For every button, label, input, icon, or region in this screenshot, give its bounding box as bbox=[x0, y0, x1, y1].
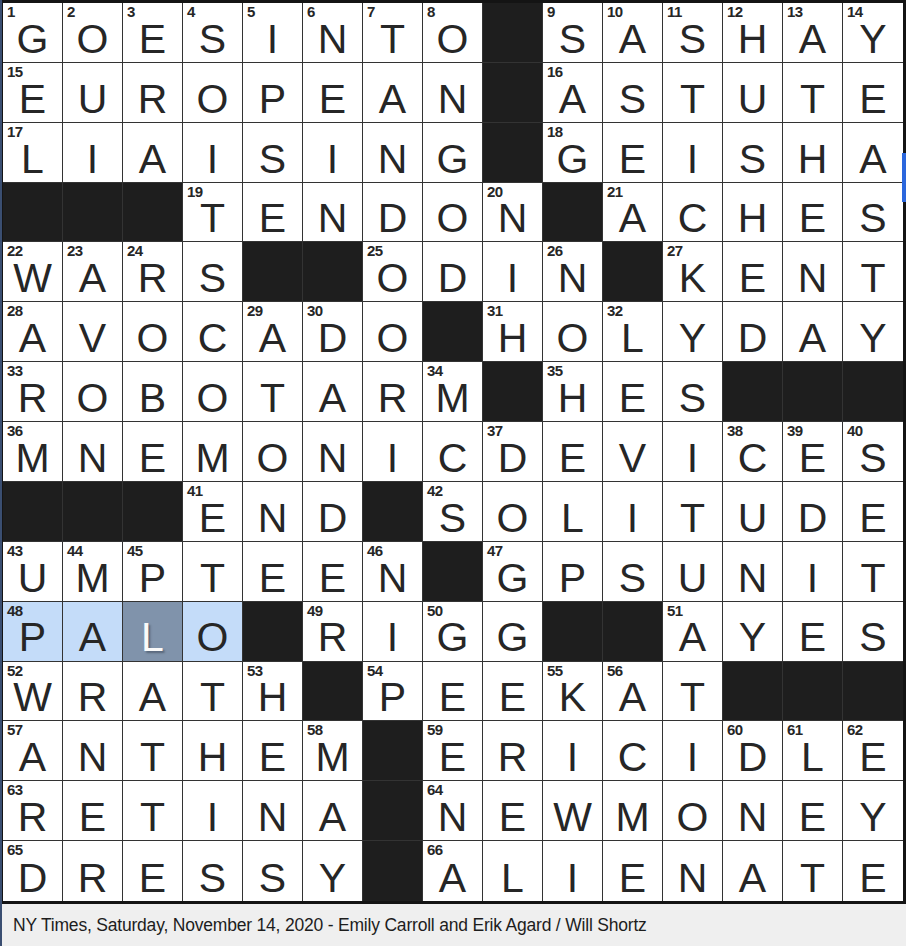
grid-cell[interactable]: T bbox=[663, 662, 723, 722]
grid-cell[interactable]: E bbox=[783, 781, 843, 841]
grid-cell[interactable]: 48P bbox=[3, 602, 63, 662]
grid-cell[interactable]: 12H bbox=[723, 3, 783, 63]
grid-cell[interactable]: D bbox=[723, 302, 783, 362]
crossword-grid: 1G2O3E4S5I6N7T8O9S10A11S12H13A14Y15EUROP… bbox=[0, 0, 906, 904]
grid-cell[interactable]: C bbox=[183, 302, 243, 362]
grid-cell[interactable]: S bbox=[603, 542, 663, 602]
grid-cell[interactable]: V bbox=[63, 302, 123, 362]
grid-cell[interactable]: P bbox=[543, 542, 603, 602]
cell-letter: T bbox=[123, 796, 182, 839]
grid-cell[interactable]: R bbox=[63, 662, 123, 722]
grid-cell[interactable]: E bbox=[603, 362, 663, 422]
cell-letter: T bbox=[243, 377, 302, 420]
grid-cell[interactable]: 11S bbox=[663, 3, 723, 63]
cell-letter: I bbox=[663, 437, 722, 480]
grid-cell[interactable]: 45P bbox=[123, 542, 183, 602]
grid-cell[interactable]: 53H bbox=[243, 662, 303, 722]
grid-cell[interactable]: I bbox=[603, 482, 663, 542]
cell-letter: N bbox=[243, 796, 302, 839]
grid-cell[interactable]: 55K bbox=[543, 662, 603, 722]
grid-cell[interactable]: 49R bbox=[303, 602, 363, 662]
cell-letter: H bbox=[243, 676, 302, 719]
grid-cell[interactable]: E bbox=[483, 781, 543, 841]
cell-letter: T bbox=[183, 676, 242, 719]
grid-cell[interactable]: E bbox=[843, 482, 903, 542]
black-cell bbox=[483, 3, 543, 63]
grid-cell[interactable]: H bbox=[723, 183, 783, 243]
grid-cell[interactable]: 29A bbox=[243, 302, 303, 362]
grid-cell[interactable]: E bbox=[483, 662, 543, 722]
grid-cell[interactable]: U bbox=[63, 63, 123, 123]
cell-letter: O bbox=[183, 616, 242, 659]
cell-letter: I bbox=[183, 796, 242, 839]
grid-cell[interactable]: 61L bbox=[783, 721, 843, 781]
caption-text: NY Times, Saturday, November 14, 2020 - … bbox=[13, 915, 647, 936]
grid-cell[interactable]: E bbox=[243, 542, 303, 602]
grid-cell[interactable]: M bbox=[603, 781, 663, 841]
cell-letter: O bbox=[63, 18, 122, 61]
grid-cell[interactable]: H bbox=[183, 721, 243, 781]
crossword-app: 1G2O3E4S5I6N7T8O9S10A11S12H13A14Y15EUROP… bbox=[0, 0, 906, 946]
grid-cell[interactable]: 4S bbox=[183, 3, 243, 63]
grid-cell[interactable]: N bbox=[243, 781, 303, 841]
grid-cell[interactable]: E bbox=[543, 422, 603, 482]
grid-cell[interactable]: P bbox=[243, 63, 303, 123]
cell-letter: I bbox=[243, 18, 302, 61]
grid-cell[interactable]: I bbox=[783, 542, 843, 602]
grid-cell[interactable]: 62E bbox=[843, 721, 903, 781]
grid-cell[interactable]: Y bbox=[843, 781, 903, 841]
grid-cell[interactable]: 2O bbox=[63, 3, 123, 63]
grid-cell[interactable]: 64N bbox=[423, 781, 483, 841]
grid-cell[interactable]: 41E bbox=[183, 482, 243, 542]
cell-letter: H bbox=[783, 138, 842, 181]
black-cell bbox=[63, 183, 123, 243]
grid-cell[interactable]: 18G bbox=[543, 123, 603, 183]
cell-letter: L bbox=[483, 857, 542, 900]
cell-letter: M bbox=[303, 736, 362, 779]
grid-cell[interactable]: T bbox=[663, 63, 723, 123]
cell-letter: N bbox=[363, 138, 422, 181]
cell-letter: R bbox=[483, 736, 542, 779]
grid-cell[interactable]: E bbox=[783, 602, 843, 662]
grid-cell[interactable]: 30D bbox=[303, 302, 363, 362]
grid-cell[interactable]: 23A bbox=[63, 242, 123, 302]
cell-letter: I bbox=[183, 138, 242, 181]
grid-cell[interactable]: D bbox=[363, 183, 423, 243]
cell-letter: A bbox=[63, 257, 122, 300]
cell-letter: I bbox=[603, 497, 662, 540]
grid-cell[interactable]: T bbox=[123, 721, 183, 781]
grid-cell[interactable]: Y bbox=[303, 841, 363, 901]
cell-letter: R bbox=[123, 257, 182, 300]
grid-cell[interactable]: Y bbox=[663, 302, 723, 362]
grid-cell[interactable]: 15E bbox=[3, 63, 63, 123]
cell-letter: O bbox=[543, 317, 602, 360]
grid-cell[interactable]: S bbox=[723, 123, 783, 183]
cell-letter: T bbox=[783, 857, 842, 900]
cell-letter: Y bbox=[843, 18, 903, 61]
grid-cell[interactable]: O bbox=[543, 302, 603, 362]
cell-letter: C bbox=[603, 736, 662, 779]
cell-letter: I bbox=[543, 857, 602, 900]
grid-cell[interactable]: 5I bbox=[243, 3, 303, 63]
grid-cell[interactable]: Y bbox=[843, 302, 903, 362]
grid-cell[interactable]: E bbox=[303, 542, 363, 602]
grid-cell[interactable]: S bbox=[603, 63, 663, 123]
grid-cell[interactable]: I bbox=[663, 721, 723, 781]
cell-letter: S bbox=[183, 257, 242, 300]
grid-cell[interactable]: R bbox=[483, 721, 543, 781]
cell-letter: T bbox=[663, 676, 722, 719]
grid-cell[interactable]: N bbox=[723, 781, 783, 841]
grid-cell[interactable]: 22W bbox=[3, 242, 63, 302]
grid-cell[interactable]: 44M bbox=[63, 542, 123, 602]
grid-cell[interactable]: E bbox=[63, 781, 123, 841]
grid-cell[interactable]: S bbox=[843, 602, 903, 662]
cell-letter: O bbox=[243, 437, 302, 480]
grid-cell[interactable]: 51A bbox=[663, 602, 723, 662]
cell-letter: E bbox=[123, 857, 182, 900]
grid-cell[interactable]: E bbox=[603, 841, 663, 901]
grid-cell[interactable]: A bbox=[783, 302, 843, 362]
grid-cell[interactable]: 47G bbox=[483, 542, 543, 602]
grid-cell[interactable]: N bbox=[363, 123, 423, 183]
grid-cell[interactable]: I bbox=[363, 602, 423, 662]
grid-cell[interactable]: 34M bbox=[423, 362, 483, 422]
caption-bar: NY Times, Saturday, November 14, 2020 - … bbox=[0, 904, 906, 946]
grid-cell[interactable]: N bbox=[63, 422, 123, 482]
cell-letter: P bbox=[3, 616, 62, 659]
grid-cell[interactable]: T bbox=[183, 662, 243, 722]
grid-cell[interactable]: O bbox=[123, 302, 183, 362]
grid-cell[interactable]: R bbox=[63, 841, 123, 901]
cell-letter: U bbox=[63, 78, 122, 121]
cell-letter: A bbox=[243, 317, 302, 360]
cell-letter: O bbox=[483, 497, 542, 540]
grid-cell[interactable]: R bbox=[363, 362, 423, 422]
grid-cell[interactable]: 20N bbox=[483, 183, 543, 243]
grid-cell[interactable]: 21A bbox=[603, 183, 663, 243]
grid-cell[interactable]: 24R bbox=[123, 242, 183, 302]
cell-letter: R bbox=[63, 857, 122, 900]
grid-cell[interactable]: I bbox=[303, 123, 363, 183]
grid-cell[interactable]: 54P bbox=[363, 662, 423, 722]
black-cell bbox=[3, 482, 63, 542]
cell-letter: E bbox=[603, 377, 662, 420]
grid-cell[interactable]: N bbox=[783, 242, 843, 302]
grid-cell[interactable]: Y bbox=[723, 602, 783, 662]
grid-cell[interactable]: 1G bbox=[3, 3, 63, 63]
grid-cell[interactable]: O bbox=[483, 482, 543, 542]
grid-cell[interactable]: 27K bbox=[663, 242, 723, 302]
grid-cell[interactable]: 60D bbox=[723, 721, 783, 781]
cell-letter: S bbox=[183, 857, 242, 900]
cell-letter: A bbox=[843, 138, 903, 181]
cell-letter: E bbox=[783, 197, 842, 240]
grid-cell[interactable]: C bbox=[603, 721, 663, 781]
grid-cell[interactable]: E bbox=[723, 242, 783, 302]
cell-letter: C bbox=[723, 437, 782, 480]
grid-cell[interactable]: E bbox=[123, 422, 183, 482]
grid-cell[interactable]: O bbox=[423, 183, 483, 243]
grid-cell[interactable]: 8O bbox=[423, 3, 483, 63]
cell-letter: O bbox=[363, 257, 422, 300]
grid-cell[interactable]: O bbox=[363, 302, 423, 362]
cell-letter: W bbox=[3, 257, 62, 300]
cell-letter: N bbox=[423, 796, 482, 839]
grid-cell[interactable]: L bbox=[543, 482, 603, 542]
grid-cell[interactable]: A bbox=[363, 63, 423, 123]
grid-cell[interactable]: T bbox=[243, 362, 303, 422]
cell-letter: L bbox=[783, 736, 842, 779]
grid-cell[interactable]: B bbox=[123, 362, 183, 422]
grid-cell[interactable]: 58M bbox=[303, 721, 363, 781]
cell-letter: V bbox=[63, 317, 122, 360]
cell-letter: R bbox=[303, 616, 362, 659]
grid-cell[interactable]: O bbox=[183, 602, 243, 662]
grid-cell[interactable]: I bbox=[183, 781, 243, 841]
grid-cell[interactable]: 28A bbox=[3, 302, 63, 362]
grid-cell[interactable]: T bbox=[843, 242, 903, 302]
grid-cell[interactable]: M bbox=[183, 422, 243, 482]
grid-cell[interactable]: 43U bbox=[3, 542, 63, 602]
grid-cell[interactable]: 56A bbox=[603, 662, 663, 722]
black-cell bbox=[783, 662, 843, 722]
grid-cell[interactable]: E bbox=[783, 183, 843, 243]
grid-cell[interactable]: E bbox=[243, 183, 303, 243]
cell-letter: R bbox=[3, 377, 62, 420]
grid-cell[interactable]: 33R bbox=[3, 362, 63, 422]
cell-letter: A bbox=[783, 317, 842, 360]
grid-cell[interactable]: E bbox=[603, 123, 663, 183]
grid-cell[interactable]: I bbox=[663, 123, 723, 183]
grid-cell[interactable]: S bbox=[663, 362, 723, 422]
cell-letter: E bbox=[423, 676, 482, 719]
grid-cell[interactable]: A bbox=[303, 781, 363, 841]
grid-cell[interactable]: E bbox=[843, 841, 903, 901]
grid-cell[interactable]: A bbox=[723, 841, 783, 901]
grid-cell[interactable]: C bbox=[663, 183, 723, 243]
grid-cell[interactable]: T bbox=[123, 781, 183, 841]
cell-letter: Y bbox=[303, 857, 362, 900]
cell-letter: D bbox=[483, 437, 542, 480]
grid-cell[interactable]: 14Y bbox=[843, 3, 903, 63]
grid-cell[interactable]: 17L bbox=[3, 123, 63, 183]
grid-cell[interactable]: I bbox=[543, 841, 603, 901]
grid-cell[interactable]: T bbox=[183, 542, 243, 602]
cell-letter: A bbox=[723, 857, 782, 900]
grid-cell[interactable]: D bbox=[423, 242, 483, 302]
grid-cell[interactable]: U bbox=[723, 482, 783, 542]
grid-cell[interactable]: N bbox=[663, 841, 723, 901]
grid-cell[interactable]: T bbox=[783, 63, 843, 123]
cell-letter: I bbox=[63, 138, 122, 181]
grid-cell[interactable]: 50G bbox=[423, 602, 483, 662]
cell-letter: T bbox=[183, 197, 242, 240]
cell-letter: Y bbox=[723, 616, 782, 659]
cell-letter: H bbox=[723, 197, 782, 240]
cell-letter: T bbox=[183, 557, 242, 600]
grid-cell[interactable]: T bbox=[843, 542, 903, 602]
grid-cell[interactable]: 66A bbox=[423, 841, 483, 901]
grid-cell[interactable]: A bbox=[843, 123, 903, 183]
grid-cell[interactable]: O bbox=[183, 362, 243, 422]
grid-cell[interactable]: 25O bbox=[363, 242, 423, 302]
cell-letter: E bbox=[843, 736, 903, 779]
grid-cell[interactable]: S bbox=[243, 123, 303, 183]
grid-cell[interactable]: 19T bbox=[183, 183, 243, 243]
black-cell bbox=[843, 662, 903, 722]
grid-cell[interactable]: I bbox=[543, 721, 603, 781]
cell-letter: R bbox=[3, 796, 62, 839]
black-cell bbox=[843, 362, 903, 422]
grid-cell[interactable]: H bbox=[783, 123, 843, 183]
grid-cell[interactable]: 31H bbox=[483, 302, 543, 362]
grid-cell[interactable]: 3E bbox=[123, 3, 183, 63]
grid-cell[interactable]: 46N bbox=[363, 542, 423, 602]
grid-cell[interactable]: S bbox=[843, 183, 903, 243]
cell-letter: O bbox=[363, 317, 422, 360]
cell-letter: S bbox=[603, 78, 662, 121]
grid-cell[interactable]: D bbox=[783, 482, 843, 542]
scrollbar-thumb[interactable] bbox=[902, 153, 906, 202]
cell-letter: E bbox=[303, 78, 362, 121]
grid-cell[interactable]: 32L bbox=[603, 302, 663, 362]
grid-cell[interactable]: N bbox=[423, 63, 483, 123]
cell-letter: G bbox=[3, 18, 62, 61]
grid-cell[interactable]: 37D bbox=[483, 422, 543, 482]
grid-cell[interactable]: 63R bbox=[3, 781, 63, 841]
cell-letter: T bbox=[663, 497, 722, 540]
grid-cell[interactable]: G bbox=[423, 123, 483, 183]
grid-cell[interactable]: E bbox=[243, 721, 303, 781]
black-cell bbox=[243, 242, 303, 302]
grid-cell[interactable]: N bbox=[303, 422, 363, 482]
cell-letter: H bbox=[543, 377, 602, 420]
grid-cell[interactable]: 6N bbox=[303, 3, 363, 63]
grid-cell[interactable]: 65D bbox=[3, 841, 63, 901]
cell-letter: E bbox=[423, 736, 482, 779]
grid-cell[interactable]: D bbox=[303, 482, 363, 542]
cell-letter: G bbox=[543, 138, 602, 181]
cell-letter: N bbox=[783, 257, 842, 300]
grid-cell[interactable]: N bbox=[243, 482, 303, 542]
cell-letter: E bbox=[123, 18, 182, 61]
grid-cell[interactable]: U bbox=[663, 542, 723, 602]
cell-letter: I bbox=[663, 138, 722, 181]
cell-letter: P bbox=[243, 78, 302, 121]
cell-letter: T bbox=[663, 78, 722, 121]
cell-letter: A bbox=[3, 736, 62, 779]
grid-cell[interactable]: E bbox=[423, 662, 483, 722]
grid-cell[interactable]: N bbox=[723, 542, 783, 602]
cell-letter: A bbox=[303, 796, 362, 839]
black-cell bbox=[423, 542, 483, 602]
grid-cell[interactable]: 16A bbox=[543, 63, 603, 123]
cell-letter: M bbox=[63, 557, 122, 600]
grid-cell[interactable]: E bbox=[303, 63, 363, 123]
grid-cell[interactable]: O bbox=[183, 63, 243, 123]
cell-letter: A bbox=[543, 78, 602, 121]
cell-letter: V bbox=[603, 437, 662, 480]
grid-cell[interactable]: I bbox=[63, 123, 123, 183]
cell-letter: E bbox=[183, 497, 242, 540]
cell-letter: U bbox=[663, 557, 722, 600]
grid-cell[interactable]: I bbox=[483, 242, 543, 302]
black-cell bbox=[363, 482, 423, 542]
grid-cell[interactable]: W bbox=[543, 781, 603, 841]
grid-cell[interactable]: I bbox=[663, 422, 723, 482]
grid-cell[interactable]: 39E bbox=[783, 422, 843, 482]
grid-cell[interactable]: A bbox=[303, 362, 363, 422]
grid-cell[interactable]: S bbox=[183, 841, 243, 901]
grid-cell[interactable]: 35H bbox=[543, 362, 603, 422]
grid-cell[interactable]: I bbox=[363, 422, 423, 482]
grid-cell[interactable]: A bbox=[123, 662, 183, 722]
grid-cell[interactable]: 59E bbox=[423, 721, 483, 781]
cell-letter: W bbox=[3, 676, 62, 719]
black-cell bbox=[363, 781, 423, 841]
cell-letter: H bbox=[183, 736, 242, 779]
cell-letter: T bbox=[363, 18, 422, 61]
grid-cell[interactable]: E bbox=[123, 841, 183, 901]
grid-cell[interactable]: O bbox=[663, 781, 723, 841]
grid-cell[interactable]: 52W bbox=[3, 662, 63, 722]
grid-cell[interactable]: S bbox=[183, 242, 243, 302]
grid-cell[interactable]: N bbox=[303, 183, 363, 243]
grid-cell[interactable]: G bbox=[483, 602, 543, 662]
grid-cell[interactable]: A bbox=[63, 602, 123, 662]
selected-cell[interactable]: L bbox=[123, 602, 183, 662]
grid-cell[interactable]: T bbox=[783, 841, 843, 901]
grid-cell[interactable]: 7T bbox=[363, 3, 423, 63]
grid-cell[interactable]: L bbox=[483, 841, 543, 901]
grid-cell[interactable]: O bbox=[63, 362, 123, 422]
grid-cell[interactable]: C bbox=[423, 422, 483, 482]
grid-cell[interactable]: 42S bbox=[423, 482, 483, 542]
grid-cell[interactable]: 57A bbox=[3, 721, 63, 781]
grid-cell[interactable]: T bbox=[663, 482, 723, 542]
grid-cell[interactable]: O bbox=[243, 422, 303, 482]
grid-cell[interactable]: 10A bbox=[603, 3, 663, 63]
grid-cell[interactable]: 36M bbox=[3, 422, 63, 482]
grid-cell[interactable]: E bbox=[843, 63, 903, 123]
grid-cell[interactable]: N bbox=[63, 721, 123, 781]
grid-cell[interactable]: 40S bbox=[843, 422, 903, 482]
cell-letter: N bbox=[63, 736, 122, 779]
cell-letter: O bbox=[423, 197, 482, 240]
grid-cell[interactable]: V bbox=[603, 422, 663, 482]
cell-letter: I bbox=[363, 437, 422, 480]
cell-letter: S bbox=[423, 497, 482, 540]
cell-letter: U bbox=[3, 557, 62, 600]
grid-cell[interactable]: A bbox=[123, 123, 183, 183]
grid-cell[interactable]: I bbox=[183, 123, 243, 183]
grid-cell[interactable]: R bbox=[123, 63, 183, 123]
grid-cell[interactable]: S bbox=[243, 841, 303, 901]
cell-letter: A bbox=[63, 616, 122, 659]
cell-letter: N bbox=[243, 497, 302, 540]
cell-letter: N bbox=[303, 197, 362, 240]
grid-cell[interactable]: 38C bbox=[723, 422, 783, 482]
grid-cell[interactable]: 9S bbox=[543, 3, 603, 63]
cell-letter: R bbox=[123, 78, 182, 121]
grid-cell[interactable]: U bbox=[723, 63, 783, 123]
grid-cell[interactable]: 13A bbox=[783, 3, 843, 63]
grid-cell[interactable]: 26N bbox=[543, 242, 603, 302]
cell-letter: N bbox=[723, 796, 782, 839]
